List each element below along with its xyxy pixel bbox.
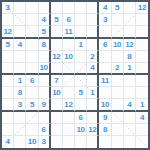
cell-r6c3[interactable] [26, 63, 38, 75]
cell-r4c7[interactable]: 1 [75, 39, 87, 51]
cell-r3c4[interactable]: 5 [39, 26, 51, 38]
cell-r4c12[interactable] [136, 39, 148, 51]
cell-r6c10[interactable]: 2 [112, 63, 124, 75]
cell-r4c6[interactable] [63, 39, 75, 51]
cell-r11c5[interactable] [51, 124, 63, 136]
cell-r2c5[interactable]: 5 [51, 14, 63, 26]
cell-r6c11[interactable]: 1 [124, 63, 136, 75]
cell-r7c8[interactable] [87, 75, 99, 87]
cell-r9c12[interactable]: 1 [136, 99, 148, 111]
cell-r11c4[interactable]: 6 [39, 124, 51, 136]
cell-r2c6[interactable]: 6 [63, 14, 75, 26]
cell-r12c11[interactable] [124, 136, 136, 148]
cell-r8c11[interactable] [124, 87, 136, 99]
cell-r9c11[interactable]: 4 [124, 99, 136, 111]
cell-r7c6[interactable] [63, 75, 75, 87]
cell-r5c6[interactable]: 10 [63, 51, 75, 63]
cell-r5c11[interactable]: 8 [124, 51, 136, 63]
cell-r1c5[interactable] [51, 2, 63, 14]
cell-r12c12[interactable] [136, 136, 148, 148]
cell-r5c3[interactable] [26, 51, 38, 63]
cell-r8c7[interactable]: 5 [75, 87, 87, 99]
cell-r10c12[interactable]: 4 [136, 112, 148, 124]
cell-r2c12[interactable] [136, 14, 148, 26]
cell-r2c4[interactable]: 4 [39, 14, 51, 26]
cell-r12c3[interactable]: 10 [26, 136, 38, 148]
cell-r8c4[interactable] [39, 87, 51, 99]
cell-r6c5[interactable] [51, 63, 63, 75]
cell-r4c11[interactable]: 12 [124, 39, 136, 51]
cell-r9c3[interactable]: 5 [26, 99, 38, 111]
cell-r11c10[interactable] [112, 124, 124, 136]
cell-r2c11[interactable] [124, 14, 136, 26]
cell-r5c8[interactable]: 2 [87, 51, 99, 63]
cell-r1c9[interactable]: 4 [99, 2, 111, 14]
cell-r12c7[interactable] [75, 136, 87, 148]
cell-r8c8[interactable]: 1 [87, 87, 99, 99]
cell-r6c12[interactable] [136, 63, 148, 75]
cell-r7c3[interactable]: 6 [26, 75, 38, 87]
cell-r12c10[interactable] [112, 136, 124, 148]
cell-r4c8[interactable] [87, 39, 99, 51]
cell-r10c8[interactable] [87, 112, 99, 124]
cell-r2c8[interactable] [87, 14, 99, 26]
cell-r7c9[interactable]: 11 [99, 75, 111, 87]
cell-r2c3[interactable] [26, 14, 38, 26]
cell-r10c11[interactable] [124, 112, 136, 124]
cell-r10c9[interactable]: 9 [99, 112, 111, 124]
cell-r9c2[interactable]: 3 [14, 99, 26, 111]
cell-r4c10[interactable]: 10 [112, 39, 124, 51]
cell-r6c8[interactable]: 4 [87, 63, 99, 75]
cell-r6c1[interactable] [2, 63, 14, 75]
cell-r11c1[interactable] [2, 124, 14, 136]
cell-r12c8[interactable] [87, 136, 99, 148]
cell-r9c4[interactable]: 9 [39, 99, 51, 111]
cell-r3c1[interactable]: 12 [2, 26, 14, 38]
cell-r12c9[interactable] [99, 136, 111, 148]
cell-r8c9[interactable] [99, 87, 111, 99]
cell-r4c5[interactable] [51, 39, 63, 51]
cell-r5c2[interactable] [14, 51, 26, 63]
cell-r11c8[interactable]: 12 [87, 124, 99, 136]
cell-r8c10[interactable] [112, 87, 124, 99]
cell-r9c6[interactable]: 12 [63, 99, 75, 111]
cell-r1c4[interactable] [39, 2, 51, 14]
sudoku-grid: 3451245631251154816101212102810421167118… [2, 2, 148, 148]
cell-r6c4[interactable]: 10 [39, 63, 51, 75]
cell-r11c11[interactable] [124, 124, 136, 136]
cell-r9c9[interactable]: 10 [99, 99, 111, 111]
cell-r3c6[interactable]: 11 [63, 26, 75, 38]
cell-r11c6[interactable] [63, 124, 75, 136]
cell-r11c12[interactable] [136, 124, 148, 136]
cell-r7c4[interactable] [39, 75, 51, 87]
cell-r3c10[interactable] [112, 26, 124, 38]
cell-r1c8[interactable] [87, 2, 99, 14]
cell-r12c6[interactable] [63, 136, 75, 148]
cell-r7c7[interactable] [75, 75, 87, 87]
cell-r10c4[interactable] [39, 112, 51, 124]
cell-r1c3[interactable] [26, 2, 38, 14]
cell-r8c5[interactable]: 10 [51, 87, 63, 99]
cell-r7c10[interactable] [112, 75, 124, 87]
cell-r5c10[interactable] [112, 51, 124, 63]
cell-r4c2[interactable]: 4 [14, 39, 26, 51]
cell-r9c5[interactable] [51, 99, 63, 111]
cell-r2c1[interactable] [2, 14, 14, 26]
cell-r12c1[interactable]: 4 [2, 136, 14, 148]
cell-r8c3[interactable] [26, 87, 38, 99]
cell-r3c7[interactable] [75, 26, 87, 38]
cell-r8c2[interactable]: 8 [14, 87, 26, 99]
cell-r11c3[interactable] [26, 124, 38, 136]
cell-r4c9[interactable]: 6 [99, 39, 111, 51]
cell-r7c11[interactable] [124, 75, 136, 87]
cell-r10c2[interactable] [14, 112, 26, 124]
cell-r5c7[interactable] [75, 51, 87, 63]
cell-r1c12[interactable]: 12 [136, 2, 148, 14]
cell-r3c12[interactable] [136, 26, 148, 38]
cell-r3c3[interactable] [26, 26, 38, 38]
cell-r3c2[interactable] [14, 26, 26, 38]
cell-r6c7[interactable] [75, 63, 87, 75]
cell-r5c4[interactable] [39, 51, 51, 63]
cell-r5c9[interactable] [99, 51, 111, 63]
cell-r12c5[interactable] [51, 136, 63, 148]
cell-r2c9[interactable]: 3 [99, 14, 111, 26]
cell-r3c9[interactable] [99, 26, 111, 38]
cell-r7c2[interactable]: 1 [14, 75, 26, 87]
cell-r1c2[interactable] [14, 2, 26, 14]
cell-r1c7[interactable] [75, 2, 87, 14]
cell-r11c2[interactable] [14, 124, 26, 136]
cell-r1c1[interactable]: 3 [2, 2, 14, 14]
cell-r7c1[interactable] [2, 75, 14, 87]
cell-r1c11[interactable] [124, 2, 136, 14]
cell-r10c3[interactable] [26, 112, 38, 124]
cell-r3c8[interactable] [87, 26, 99, 38]
cell-r8c12[interactable] [136, 87, 148, 99]
cell-r11c9[interactable]: 8 [99, 124, 111, 136]
cell-r3c5[interactable] [51, 26, 63, 38]
cell-r5c12[interactable] [136, 51, 148, 63]
cell-r10c7[interactable]: 6 [75, 112, 87, 124]
cell-r10c10[interactable] [112, 112, 124, 124]
cell-r5c5[interactable]: 12 [51, 51, 63, 63]
cell-r1c10[interactable]: 5 [112, 2, 124, 14]
cell-r9c1[interactable] [2, 99, 14, 111]
cell-r4c1[interactable]: 5 [2, 39, 14, 51]
cell-r11c7[interactable]: 10 [75, 124, 87, 136]
cell-r9c8[interactable] [87, 99, 99, 111]
cell-r8c6[interactable] [63, 87, 75, 99]
cell-r7c5[interactable]: 7 [51, 75, 63, 87]
cell-r5c1[interactable] [2, 51, 14, 63]
cell-r12c2[interactable] [14, 136, 26, 148]
cell-r1c6[interactable] [63, 2, 75, 14]
cell-r8c1[interactable] [2, 87, 14, 99]
cell-r2c2[interactable] [14, 14, 26, 26]
cell-r2c7[interactable] [75, 14, 87, 26]
cell-r6c6[interactable] [63, 63, 75, 75]
cell-r2c10[interactable] [112, 14, 124, 26]
sudoku-board: 3451245631251154816101212102810421167118… [0, 0, 150, 150]
cell-r9c10[interactable] [112, 99, 124, 111]
cell-r6c9[interactable] [99, 63, 111, 75]
cell-r10c1[interactable] [2, 112, 14, 124]
cell-r10c6[interactable] [63, 112, 75, 124]
cell-r4c4[interactable]: 8 [39, 39, 51, 51]
cell-r9c7[interactable] [75, 99, 87, 111]
cell-r4c3[interactable] [26, 39, 38, 51]
cell-r3c11[interactable] [124, 26, 136, 38]
cell-r6c2[interactable] [14, 63, 26, 75]
cell-r12c4[interactable]: 3 [39, 136, 51, 148]
cell-r10c5[interactable] [51, 112, 63, 124]
cell-r7c12[interactable] [136, 75, 148, 87]
